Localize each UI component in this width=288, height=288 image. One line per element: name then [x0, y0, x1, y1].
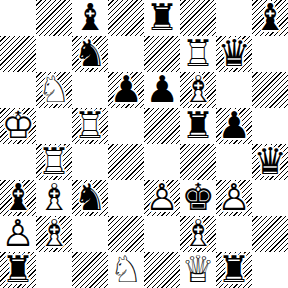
white-bishop-outline: ♗: [180, 71, 216, 107]
square-g8[interactable]: [216, 0, 252, 36]
black-queen-glyph: ♛: [252, 143, 288, 179]
piece-black-bishop: ♝: [252, 0, 288, 36]
black-king-glyph: ♚: [180, 179, 216, 215]
square-e8[interactable]: ♜: [144, 0, 180, 36]
square-d1[interactable]: ♞♘: [108, 252, 144, 288]
square-a7[interactable]: [0, 36, 36, 72]
white-pawn-glyph: ♟: [216, 179, 252, 215]
square-a8[interactable]: [0, 0, 36, 36]
square-f8[interactable]: [180, 0, 216, 36]
white-queen-glyph: ♛: [180, 251, 216, 287]
piece-white-pawn: ♟♙: [0, 216, 36, 252]
piece-white-pawn: ♟♙: [216, 180, 252, 216]
white-rook-glyph: ♜: [180, 35, 216, 71]
square-d2[interactable]: [108, 216, 144, 252]
black-pawn-glyph: ♟: [144, 71, 180, 107]
square-b4[interactable]: ♜♖: [36, 144, 72, 180]
square-b6[interactable]: ♞♘: [36, 72, 72, 108]
piece-white-king: ♚♔: [0, 108, 36, 144]
white-bishop-glyph: ♝: [180, 215, 216, 251]
white-rook-outline: ♖: [72, 107, 108, 143]
black-bishop-glyph: ♝: [252, 0, 288, 35]
white-rook-glyph: ♜: [72, 107, 108, 143]
square-b8[interactable]: [36, 0, 72, 36]
square-b1[interactable]: [36, 252, 72, 288]
square-b3[interactable]: ♝♗: [36, 180, 72, 216]
piece-black-knight: ♞: [72, 36, 108, 72]
square-e1[interactable]: [144, 252, 180, 288]
square-f2[interactable]: ♝♗: [180, 216, 216, 252]
white-king-glyph: ♚: [0, 107, 36, 143]
square-a2[interactable]: ♟♙: [0, 216, 36, 252]
white-bishop-outline: ♗: [36, 179, 72, 215]
piece-white-rook: ♜♖: [180, 36, 216, 72]
square-f5[interactable]: ♜: [180, 108, 216, 144]
square-h2[interactable]: [252, 216, 288, 252]
square-h4[interactable]: ♛: [252, 144, 288, 180]
square-b2[interactable]: ♝♗: [36, 216, 72, 252]
square-e2[interactable]: [144, 216, 180, 252]
square-a6[interactable]: [0, 72, 36, 108]
piece-white-bishop: ♝♗: [180, 216, 216, 252]
white-pawn-outline: ♙: [216, 179, 252, 215]
chess-board: ♝♜♝♞♜♖♛♞♘♟♟♝♗♚♔♜♖♜♟♜♖♛♝♝♗♞♟♙♚♟♙♟♙♝♗♝♗♜♞♘…: [0, 0, 288, 288]
white-knight-glyph: ♞: [108, 251, 144, 287]
piece-black-bishop: ♝: [72, 0, 108, 36]
square-d4[interactable]: [108, 144, 144, 180]
square-c7[interactable]: ♞: [72, 36, 108, 72]
square-f3[interactable]: ♚: [180, 180, 216, 216]
square-c2[interactable]: [72, 216, 108, 252]
piece-white-bishop: ♝♗: [36, 180, 72, 216]
piece-white-knight: ♞♘: [36, 72, 72, 108]
black-rook-glyph: ♜: [180, 107, 216, 143]
square-h6[interactable]: [252, 72, 288, 108]
black-pawn-glyph: ♟: [216, 107, 252, 143]
black-knight-glyph: ♞: [72, 179, 108, 215]
white-pawn-outline: ♙: [0, 215, 36, 251]
piece-white-knight: ♞♘: [108, 252, 144, 288]
piece-black-pawn: ♟: [216, 108, 252, 144]
white-king-outline: ♔: [0, 107, 36, 143]
white-pawn-glyph: ♟: [0, 215, 36, 251]
square-d5[interactable]: [108, 108, 144, 144]
white-rook-outline: ♖: [180, 35, 216, 71]
piece-white-rook: ♜♖: [36, 144, 72, 180]
square-d7[interactable]: [108, 36, 144, 72]
square-h7[interactable]: [252, 36, 288, 72]
black-rook-glyph: ♜: [144, 0, 180, 35]
black-rook-glyph: ♜: [216, 251, 252, 287]
square-e3[interactable]: ♟♙: [144, 180, 180, 216]
square-a1[interactable]: ♜: [0, 252, 36, 288]
square-f1[interactable]: ♛♕: [180, 252, 216, 288]
white-rook-outline: ♖: [36, 143, 72, 179]
black-rook-glyph: ♜: [0, 251, 36, 287]
square-c1[interactable]: [72, 252, 108, 288]
square-a5[interactable]: ♚♔: [0, 108, 36, 144]
square-a4[interactable]: [0, 144, 36, 180]
piece-black-knight: ♞: [72, 180, 108, 216]
piece-white-bishop: ♝♗: [180, 72, 216, 108]
white-bishop-glyph: ♝: [180, 71, 216, 107]
white-bishop-glyph: ♝: [36, 179, 72, 215]
square-g1[interactable]: ♜: [216, 252, 252, 288]
square-c4[interactable]: [72, 144, 108, 180]
square-c5[interactable]: ♜♖: [72, 108, 108, 144]
square-h5[interactable]: [252, 108, 288, 144]
white-knight-outline: ♘: [36, 71, 72, 107]
square-g6[interactable]: [216, 72, 252, 108]
piece-black-rook: ♜: [144, 0, 180, 36]
piece-black-rook: ♜: [180, 108, 216, 144]
square-c6[interactable]: [72, 72, 108, 108]
black-pawn-glyph: ♟: [108, 71, 144, 107]
piece-black-bishop: ♝: [0, 180, 36, 216]
white-bishop-outline: ♗: [180, 215, 216, 251]
piece-white-pawn: ♟♙: [144, 180, 180, 216]
piece-white-queen: ♛♕: [180, 252, 216, 288]
white-knight-outline: ♘: [108, 251, 144, 287]
square-d3[interactable]: [108, 180, 144, 216]
piece-black-rook: ♜: [216, 252, 252, 288]
square-h8[interactable]: ♝: [252, 0, 288, 36]
white-pawn-glyph: ♟: [144, 179, 180, 215]
piece-black-king: ♚: [180, 180, 216, 216]
white-rook-glyph: ♜: [36, 143, 72, 179]
black-knight-glyph: ♞: [72, 35, 108, 71]
square-d8[interactable]: [108, 0, 144, 36]
piece-white-rook: ♜♖: [72, 108, 108, 144]
black-bishop-glyph: ♝: [72, 0, 108, 35]
black-queen-glyph: ♛: [216, 35, 252, 71]
square-f6[interactable]: ♝♗: [180, 72, 216, 108]
square-g7[interactable]: ♛: [216, 36, 252, 72]
white-bishop-glyph: ♝: [36, 215, 72, 251]
square-g5[interactable]: ♟: [216, 108, 252, 144]
piece-black-rook: ♜: [0, 252, 36, 288]
square-a3[interactable]: ♝: [0, 180, 36, 216]
square-h1[interactable]: [252, 252, 288, 288]
square-g4[interactable]: [216, 144, 252, 180]
piece-white-bishop: ♝♗: [36, 216, 72, 252]
square-d6[interactable]: ♟: [108, 72, 144, 108]
piece-black-queen: ♛: [216, 36, 252, 72]
square-b7[interactable]: [36, 36, 72, 72]
square-c3[interactable]: ♞: [72, 180, 108, 216]
piece-black-pawn: ♟: [108, 72, 144, 108]
white-knight-glyph: ♞: [36, 71, 72, 107]
square-g2[interactable]: [216, 216, 252, 252]
square-g3[interactable]: ♟♙: [216, 180, 252, 216]
square-e6[interactable]: ♟: [144, 72, 180, 108]
white-queen-outline: ♕: [180, 251, 216, 287]
black-bishop-glyph: ♝: [0, 179, 36, 215]
piece-black-queen: ♛: [252, 144, 288, 180]
square-h3[interactable]: [252, 180, 288, 216]
piece-black-pawn: ♟: [144, 72, 180, 108]
square-e7[interactable]: [144, 36, 180, 72]
white-pawn-outline: ♙: [144, 179, 180, 215]
square-e5[interactable]: [144, 108, 180, 144]
square-f7[interactable]: ♜♖: [180, 36, 216, 72]
square-e4[interactable]: [144, 144, 180, 180]
square-f4[interactable]: [180, 144, 216, 180]
white-bishop-outline: ♗: [36, 215, 72, 251]
square-b5[interactable]: [36, 108, 72, 144]
square-c8[interactable]: ♝: [72, 0, 108, 36]
